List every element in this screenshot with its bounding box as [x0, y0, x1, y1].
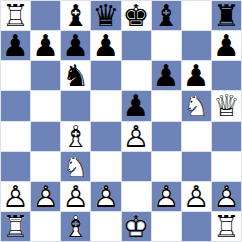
square-g5[interactable]: [182, 91, 211, 120]
square-d8[interactable]: [91, 1, 120, 30]
black-pawn[interactable]: [152, 61, 181, 90]
square-c7[interactable]: [61, 31, 90, 60]
square-f6[interactable]: [152, 61, 181, 90]
square-e5[interactable]: [122, 91, 151, 120]
square-e8[interactable]: [122, 1, 151, 30]
square-f7[interactable]: [152, 31, 181, 60]
white-knight[interactable]: [182, 91, 211, 120]
chess-board: [0, 0, 242, 242]
square-b1[interactable]: [31, 212, 60, 241]
black-pawn[interactable]: [91, 31, 120, 60]
square-f1[interactable]: [152, 212, 181, 241]
black-knight[interactable]: [61, 61, 90, 90]
square-h7[interactable]: [212, 31, 241, 60]
square-b2[interactable]: [31, 182, 60, 211]
square-h8[interactable]: [212, 1, 241, 30]
square-f8[interactable]: [152, 1, 181, 30]
square-e7[interactable]: [122, 31, 151, 60]
square-g7[interactable]: [182, 31, 211, 60]
square-f2[interactable]: [152, 182, 181, 211]
white-pawn[interactable]: [1, 182, 30, 211]
black-king[interactable]: [122, 1, 151, 30]
square-a2[interactable]: [1, 182, 30, 211]
white-bishop[interactable]: [61, 212, 90, 241]
square-g1[interactable]: [182, 212, 211, 241]
white-pawn[interactable]: [182, 182, 211, 211]
square-a1[interactable]: [1, 212, 30, 241]
square-e6[interactable]: [122, 61, 151, 90]
square-c1[interactable]: [61, 212, 90, 241]
square-f4[interactable]: [152, 122, 181, 151]
black-pawn[interactable]: [212, 31, 241, 60]
white-pawn[interactable]: [212, 182, 241, 211]
square-d7[interactable]: [91, 31, 120, 60]
black-pawn[interactable]: [61, 31, 90, 60]
square-d6[interactable]: [91, 61, 120, 90]
square-d2[interactable]: [91, 182, 120, 211]
white-queen[interactable]: [212, 91, 241, 120]
square-a4[interactable]: [1, 122, 30, 151]
black-bishop[interactable]: [61, 1, 90, 30]
square-c4[interactable]: [61, 122, 90, 151]
square-g4[interactable]: [182, 122, 211, 151]
square-c3[interactable]: [61, 152, 90, 181]
white-knight[interactable]: [61, 152, 90, 181]
square-g6[interactable]: [182, 61, 211, 90]
black-queen[interactable]: [91, 1, 120, 30]
square-b3[interactable]: [31, 152, 60, 181]
square-c2[interactable]: [61, 182, 90, 211]
square-d4[interactable]: [91, 122, 120, 151]
black-bishop[interactable]: [152, 1, 181, 30]
white-pawn[interactable]: [91, 182, 120, 211]
square-d3[interactable]: [91, 152, 120, 181]
square-c5[interactable]: [61, 91, 90, 120]
square-h5[interactable]: [212, 91, 241, 120]
square-b7[interactable]: [31, 31, 60, 60]
square-c6[interactable]: [61, 61, 90, 90]
white-pawn[interactable]: [152, 182, 181, 211]
square-b5[interactable]: [31, 91, 60, 120]
square-e3[interactable]: [122, 152, 151, 181]
black-pawn[interactable]: [182, 61, 211, 90]
square-b4[interactable]: [31, 122, 60, 151]
square-d5[interactable]: [91, 91, 120, 120]
square-e1[interactable]: [122, 212, 151, 241]
white-pawn[interactable]: [61, 182, 90, 211]
square-a7[interactable]: [1, 31, 30, 60]
square-a8[interactable]: [1, 1, 30, 30]
white-bishop[interactable]: [61, 122, 90, 151]
square-b6[interactable]: [31, 61, 60, 90]
square-d1[interactable]: [91, 212, 120, 241]
black-pawn[interactable]: [1, 31, 30, 60]
square-h3[interactable]: [212, 152, 241, 181]
black-rook[interactable]: [212, 1, 241, 30]
square-e4[interactable]: [122, 122, 151, 151]
square-h6[interactable]: [212, 61, 241, 90]
square-f5[interactable]: [152, 91, 181, 120]
black-pawn[interactable]: [31, 31, 60, 60]
white-rook[interactable]: [212, 212, 241, 241]
white-king[interactable]: [122, 212, 151, 241]
white-pawn[interactable]: [122, 122, 151, 151]
black-pawn[interactable]: [122, 91, 151, 120]
square-b8[interactable]: [31, 1, 60, 30]
square-a5[interactable]: [1, 91, 30, 120]
white-pawn[interactable]: [31, 182, 60, 211]
white-rook[interactable]: [1, 212, 30, 241]
square-c8[interactable]: [61, 1, 90, 30]
square-g8[interactable]: [182, 1, 211, 30]
white-rook[interactable]: [1, 1, 30, 30]
square-f3[interactable]: [152, 152, 181, 181]
square-h4[interactable]: [212, 122, 241, 151]
square-h1[interactable]: [212, 212, 241, 241]
square-g3[interactable]: [182, 152, 211, 181]
square-a3[interactable]: [1, 152, 30, 181]
square-e2[interactable]: [122, 182, 151, 211]
square-h2[interactable]: [212, 182, 241, 211]
square-g2[interactable]: [182, 182, 211, 211]
square-a6[interactable]: [1, 61, 30, 90]
